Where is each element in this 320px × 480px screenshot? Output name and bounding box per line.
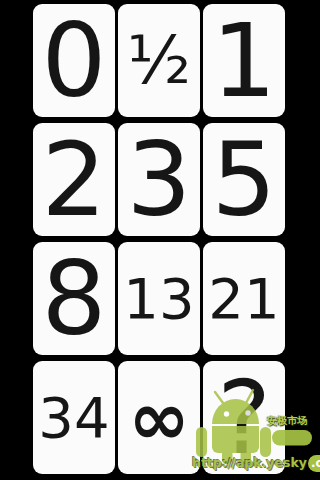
card-value: 8: [42, 248, 107, 350]
card-value: 34: [38, 390, 109, 446]
card-5[interactable]: 5: [203, 123, 285, 236]
card-value: 13: [123, 271, 194, 327]
card-value: ½: [127, 28, 191, 94]
card-2[interactable]: 2: [33, 123, 115, 236]
watermark-url-prefix: http://apk.yesky: [192, 455, 307, 470]
card-½[interactable]: ½: [118, 4, 200, 117]
watermark-url-domain-badge: .com: [308, 455, 320, 472]
card-value: 2: [42, 129, 107, 231]
card-13[interactable]: 13: [118, 242, 200, 355]
card-3[interactable]: 3: [118, 123, 200, 236]
watermark-url: http://apk.yesky.com: [192, 455, 320, 472]
card-value: 3: [127, 129, 192, 231]
watermark-market-name: 安极市场: [267, 414, 307, 428]
card-value: 1: [212, 10, 277, 112]
card-value: 21: [208, 271, 279, 327]
app-screen: 0½12358132134∞?: [0, 0, 320, 480]
watermark-dash: [272, 430, 312, 446]
card-1[interactable]: 1: [203, 4, 285, 117]
market-watermark: 安极市场 http://apk.yesky.com: [185, 360, 320, 480]
card-21[interactable]: 21: [203, 242, 285, 355]
card-34[interactable]: 34: [33, 361, 115, 474]
card-0[interactable]: 0: [33, 4, 115, 117]
card-8[interactable]: 8: [33, 242, 115, 355]
card-value: 5: [212, 129, 277, 231]
card-value: 0: [42, 10, 107, 112]
card-value: ∞: [128, 381, 190, 455]
